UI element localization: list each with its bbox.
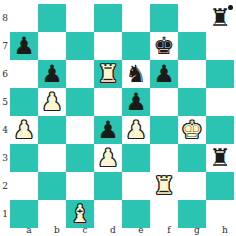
square-d6[interactable]: ♜ [94,60,122,88]
square-e8[interactable] [122,4,150,32]
square-c8[interactable] [66,4,94,32]
square-c2[interactable] [66,172,94,200]
square-e3[interactable] [122,144,150,172]
file-label-c: c [71,224,99,236]
piece-white-rook: ♜ [153,172,175,200]
square-e7[interactable] [122,32,150,60]
square-a4[interactable]: ♟ [10,116,38,144]
square-e4[interactable]: ♟ [122,116,150,144]
square-g5[interactable] [178,88,206,116]
piece-white-pawn: ♟ [125,116,147,144]
square-e2[interactable] [122,172,150,200]
square-d5[interactable] [94,88,122,116]
square-c3[interactable] [66,144,94,172]
rank-label-4: 4 [0,116,10,144]
file-labels: abcdefgh [15,224,236,236]
square-c7[interactable] [66,32,94,60]
file-label-a: a [15,224,43,236]
piece-white-king: ♚ [181,116,203,144]
square-b8[interactable] [38,4,66,32]
square-d4[interactable]: ♟ [94,116,122,144]
piece-black-knight: ♞ [125,60,147,88]
piece-white-pawn: ♟ [13,116,35,144]
square-d7[interactable] [94,32,122,60]
square-b5[interactable]: ♟ [38,88,66,116]
square-c5[interactable] [66,88,94,116]
file-label-g: g [183,224,211,236]
square-h8[interactable]: ♜ [206,4,234,32]
piece-white-rook: ♜ [97,60,119,88]
square-b3[interactable] [38,144,66,172]
piece-black-rook: ♜ [209,144,231,172]
square-h7[interactable] [206,32,234,60]
chess-board: ♜♟♚♟♜♞♟♟♟♟♟♟♚♟♜♜♝ [10,4,234,228]
square-g7[interactable] [178,32,206,60]
square-a8[interactable] [10,4,38,32]
rank-labels: 87654321 [0,4,10,228]
square-b2[interactable] [38,172,66,200]
square-f5[interactable] [150,88,178,116]
square-h5[interactable] [206,88,234,116]
piece-black-pawn: ♟ [153,60,175,88]
square-g8[interactable] [178,4,206,32]
square-f4[interactable] [150,116,178,144]
square-f6[interactable]: ♟ [150,60,178,88]
rank-label-3: 3 [0,144,10,172]
square-d2[interactable] [94,172,122,200]
square-f3[interactable] [150,144,178,172]
last-move-dot-marker [228,5,233,10]
square-b4[interactable] [38,116,66,144]
piece-black-pawn: ♟ [125,88,147,116]
square-c6[interactable] [66,60,94,88]
square-f2[interactable]: ♜ [150,172,178,200]
square-a2[interactable] [10,172,38,200]
piece-white-pawn: ♟ [41,88,63,116]
rank-label-5: 5 [0,88,10,116]
square-h2[interactable] [206,172,234,200]
square-g2[interactable] [178,172,206,200]
rank-label-8: 8 [0,4,10,32]
piece-black-king: ♚ [153,32,175,60]
square-b6[interactable]: ♟ [38,60,66,88]
square-f8[interactable] [150,4,178,32]
square-g3[interactable] [178,144,206,172]
square-d8[interactable] [94,4,122,32]
square-b7[interactable] [38,32,66,60]
rank-label-2: 2 [0,172,10,200]
square-e5[interactable]: ♟ [122,88,150,116]
file-label-e: e [127,224,155,236]
square-g4[interactable]: ♚ [178,116,206,144]
square-h6[interactable] [206,60,234,88]
file-label-d: d [99,224,127,236]
piece-white-pawn: ♟ [97,144,119,172]
piece-black-pawn: ♟ [41,60,63,88]
square-a5[interactable] [10,88,38,116]
square-a7[interactable]: ♟ [10,32,38,60]
square-h4[interactable] [206,116,234,144]
file-label-f: f [155,224,183,236]
rank-label-7: 7 [0,32,10,60]
square-a6[interactable] [10,60,38,88]
square-a3[interactable] [10,144,38,172]
square-c4[interactable] [66,116,94,144]
rank-label-6: 6 [0,60,10,88]
piece-black-pawn: ♟ [97,116,119,144]
file-label-h: h [211,224,236,236]
square-g6[interactable] [178,60,206,88]
square-f7[interactable]: ♚ [150,32,178,60]
square-d3[interactable]: ♟ [94,144,122,172]
piece-black-pawn: ♟ [13,32,35,60]
square-h3[interactable]: ♜ [206,144,234,172]
square-e6[interactable]: ♞ [122,60,150,88]
file-label-b: b [43,224,71,236]
rank-label-1: 1 [0,200,10,228]
chess-diagram: 87654321 ♜♟♚♟♜♞♟♟♟♟♟♟♚♟♜♜♝ abcdefgh [0,0,236,236]
